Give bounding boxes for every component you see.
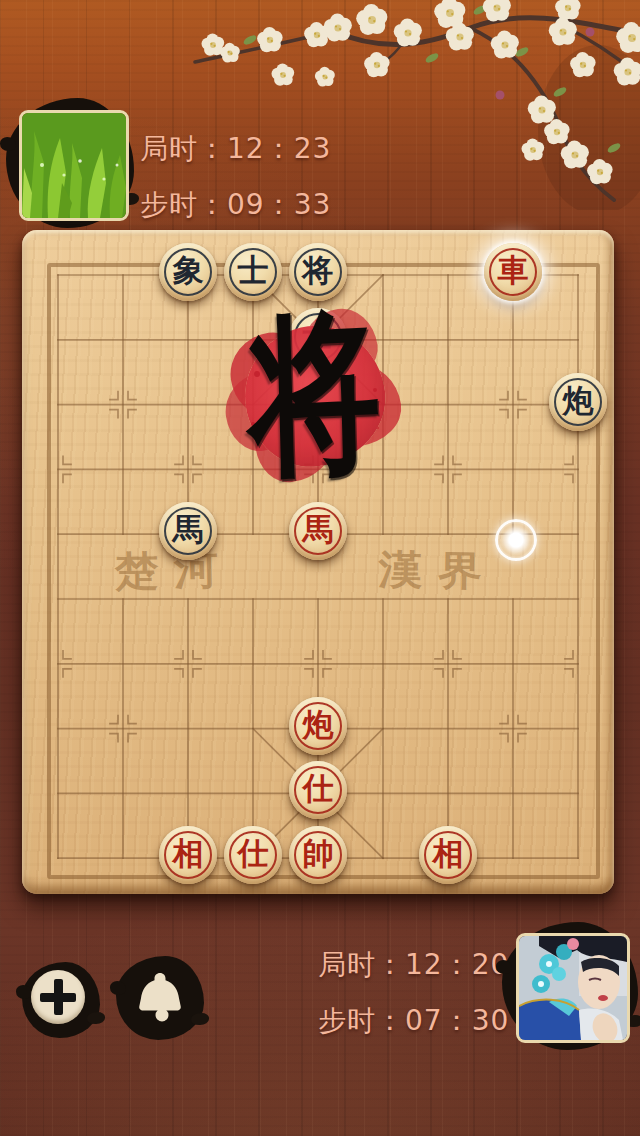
piece-red-帥[interactable]: 帥 xyxy=(289,826,347,884)
piece-black-象[interactable]: 象 xyxy=(159,243,217,301)
piece-black-炮[interactable]: 炮 xyxy=(549,373,607,431)
bottom-move-time: 步时：07：30 xyxy=(318,1002,509,1040)
piece-black-士[interactable]: 士 xyxy=(224,243,282,301)
piece-black-将[interactable]: 将 xyxy=(289,243,347,301)
last-move-origin-marker xyxy=(495,519,537,561)
bottom-game-time: 局时：12：20 xyxy=(318,946,509,984)
piece-red-炮[interactable]: 炮 xyxy=(289,697,347,755)
piece-character: 車 xyxy=(484,243,542,301)
piece-character: 士 xyxy=(224,243,282,301)
piece-character: 炮 xyxy=(289,697,347,755)
piece-red-仕[interactable]: 仕 xyxy=(224,826,282,884)
piece-red-相[interactable]: 相 xyxy=(159,826,217,884)
piece-character: 帥 xyxy=(289,826,347,884)
piece-character: 仕 xyxy=(224,826,282,884)
piece-character: 仕 xyxy=(289,761,347,819)
opera-performer-photo xyxy=(519,936,627,1040)
piece-black-士[interactable]: 士 xyxy=(289,308,347,366)
xiangqi-app: 局时：12：23 步时：09：33 楚河 漢界 象士将車士炮馬馬炮仕相仕帥相 将… xyxy=(0,0,640,1136)
piece-character: 士 xyxy=(289,308,347,366)
piece-character: 炮 xyxy=(549,373,607,431)
piece-red-車[interactable]: 車 xyxy=(484,243,542,301)
bottom-player-avatar[interactable] xyxy=(516,933,630,1043)
piece-red-馬[interactable]: 馬 xyxy=(289,502,347,560)
plum-blossom-decoration xyxy=(0,0,640,210)
plus-button[interactable] xyxy=(22,962,100,1038)
river-label-right: 漢界 xyxy=(378,547,498,593)
bell-button[interactable] xyxy=(116,956,204,1040)
piece-character: 将 xyxy=(289,243,347,301)
piece-black-馬[interactable]: 馬 xyxy=(159,502,217,560)
piece-red-仕[interactable]: 仕 xyxy=(289,761,347,819)
piece-character: 象 xyxy=(159,243,217,301)
plus-icon xyxy=(31,970,85,1024)
piece-character: 馬 xyxy=(159,502,217,560)
bell-icon xyxy=(132,969,188,1025)
piece-character: 馬 xyxy=(289,502,347,560)
piece-character: 相 xyxy=(419,826,477,884)
piece-red-相[interactable]: 相 xyxy=(419,826,477,884)
piece-character: 相 xyxy=(159,826,217,884)
